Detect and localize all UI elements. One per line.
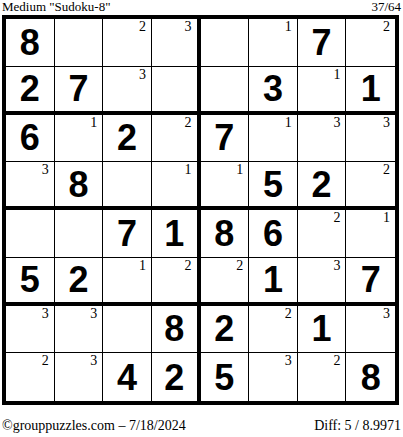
cell-r4c8[interactable]: 2 [346,162,395,210]
given-digit: 8 [55,162,103,206]
given-digit [201,67,249,111]
cell-r7c5[interactable]: 2 [201,306,250,354]
pencil-mark: 2 [285,306,292,322]
pencil-mark: 1 [185,162,192,178]
given-digit: 8 [346,353,395,401]
cell-r8c1[interactable]: 2 [6,353,55,401]
cell-r7c4[interactable]: 8 [152,306,201,354]
given-digit: 7 [346,258,395,302]
cell-r8c4[interactable]: 2 [152,353,201,401]
pencil-mark: 2 [42,353,49,369]
cell-r1c1[interactable]: 8 [6,19,55,67]
cell-r6c6[interactable]: 1 [249,258,298,306]
cell-r3c8[interactable]: 3 [346,115,395,163]
cell-r2c1[interactable]: 2 [6,67,55,115]
pencil-mark: 3 [333,258,340,274]
footer: ©grouppuzzles.com – 7/18/2024 Diff: 5 / … [0,418,403,434]
cell-r5c1[interactable] [6,210,55,258]
given-digit: 2 [6,67,54,111]
given-digit: 7 [298,19,346,66]
cell-r1c4[interactable]: 3 [152,19,201,67]
pencil-mark: 2 [139,19,146,35]
pencil-mark: 3 [333,115,340,131]
given-digit: 1 [346,67,395,111]
cell-r5c6[interactable]: 6 [249,210,298,258]
cell-r4c7[interactable]: 2 [298,162,347,210]
given-digit: 5 [201,353,249,401]
pencil-mark: 3 [90,306,97,322]
cell-r1c7[interactable]: 7 [298,19,347,67]
cell-r2c7[interactable]: 1 [298,67,347,115]
given-digit [201,19,249,66]
cell-r4c5[interactable]: 1 [201,162,250,210]
cell-r3c7[interactable]: 3 [298,115,347,163]
pencil-mark: 3 [42,162,49,178]
cell-r5c4[interactable]: 1 [152,210,201,258]
pencil-mark: 3 [90,353,97,369]
given-digit [103,306,151,353]
cell-r3c1[interactable]: 6 [6,115,55,163]
given-digit: 2 [298,162,346,206]
puzzle-title: Medium "Sudoku-8" [2,0,110,14]
copyright-date: ©grouppuzzles.com – 7/18/2024 [2,418,186,434]
cell-r2c2[interactable]: 7 [55,67,104,115]
cell-r6c2[interactable]: 2 [55,258,104,306]
cell-r2c5[interactable] [201,67,250,115]
cell-r7c7[interactable]: 1 [298,306,347,354]
given-digit: 2 [55,258,103,302]
cell-r6c4[interactable]: 2 [152,258,201,306]
cell-r6c5[interactable]: 2 [201,258,250,306]
cell-r1c2[interactable] [55,19,104,67]
pencil-mark: 2 [383,162,390,178]
cell-r7c1[interactable]: 3 [6,306,55,354]
pencil-mark: 2 [185,115,192,131]
given-digit [6,210,54,257]
cell-r4c4[interactable]: 1 [152,162,201,210]
cell-r1c3[interactable]: 2 [103,19,152,67]
pencil-mark: 1 [383,210,390,226]
pencil-mark: 3 [139,67,146,83]
cell-r3c4[interactable]: 2 [152,115,201,163]
pencil-mark: 1 [285,19,292,35]
cell-r1c5[interactable] [201,19,250,67]
given-digit: 8 [201,210,249,257]
header: Medium "Sudoku-8" 37/64 [0,0,403,15]
cell-r8c7[interactable]: 2 [298,353,347,401]
given-digit [152,67,197,111]
cell-r7c6[interactable]: 2 [249,306,298,354]
cell-r2c3[interactable]: 3 [103,67,152,115]
cell-r5c2[interactable] [55,210,104,258]
given-digit: 8 [6,19,54,66]
given-digit: 2 [201,306,249,353]
given-digit [55,210,103,257]
cell-r1c6[interactable]: 1 [249,19,298,67]
pencil-mark: 1 [90,115,97,131]
pencil-mark: 2 [185,258,192,274]
cell-r8c8[interactable]: 8 [346,353,395,401]
cell-r3c2[interactable]: 1 [55,115,104,163]
cell-r8c6[interactable]: 3 [249,353,298,401]
given-digit: 5 [6,258,54,302]
cell-r4c6[interactable]: 5 [249,162,298,210]
blank-cell-counter: 37/64 [371,0,401,14]
pencil-mark: 3 [185,19,192,35]
given-digit: 1 [152,210,197,257]
pencil-mark: 3 [383,306,390,322]
pencil-mark: 2 [333,353,340,369]
cell-r4c1[interactable]: 3 [6,162,55,210]
given-digit: 5 [249,162,297,206]
cell-r3c5[interactable]: 7 [201,115,250,163]
cell-r2c8[interactable]: 1 [346,67,395,115]
cell-r6c3[interactable]: 1 [103,258,152,306]
cell-r6c7[interactable]: 3 [298,258,347,306]
puzzle-page: Medium "Sudoku-8" 37/64 8231722733116122… [0,0,403,437]
sudoku-board: 8231722733116122713338115227186215212213… [2,15,399,405]
cell-r3c6[interactable]: 1 [249,115,298,163]
cell-r7c2[interactable]: 3 [55,306,104,354]
given-digit: 6 [249,210,297,257]
cell-r4c2[interactable]: 8 [55,162,104,210]
pencil-mark: 1 [285,115,292,131]
cell-r5c8[interactable]: 1 [346,210,395,258]
pencil-mark: 1 [333,67,340,83]
cell-r4c3[interactable] [103,162,152,210]
given-digit: 4 [103,353,151,401]
cell-r1c8[interactable]: 2 [346,19,395,67]
given-digit: 3 [249,67,297,111]
pencil-mark: 1 [139,258,146,274]
cell-r7c8[interactable]: 3 [346,306,395,354]
cell-r5c5[interactable]: 8 [201,210,250,258]
difficulty-rating: Diff: 5 / 8.9971 [314,418,401,434]
given-digit: 2 [152,353,197,401]
cell-r7c3[interactable] [103,306,152,354]
pencil-mark: 2 [236,258,243,274]
cell-r8c2[interactable]: 3 [55,353,104,401]
given-digit: 1 [298,306,346,353]
given-digit: 6 [6,115,54,162]
given-digit [55,19,103,66]
given-digit: 1 [249,258,297,302]
given-digit: 7 [103,210,151,257]
given-digit: 7 [55,67,103,111]
cell-r3c3[interactable]: 2 [103,115,152,163]
pencil-mark: 1 [236,162,243,178]
cell-r6c1[interactable]: 5 [6,258,55,306]
pencil-mark: 3 [285,353,292,369]
given-digit: 7 [201,115,249,162]
cell-r8c3[interactable]: 4 [103,353,152,401]
given-digit [103,162,151,206]
cell-r8c5[interactable]: 5 [201,353,250,401]
given-digit: 2 [103,115,151,162]
given-digit: 8 [152,306,197,353]
cell-r5c3[interactable]: 7 [103,210,152,258]
pencil-mark: 3 [383,115,390,131]
cell-r2c4[interactable] [152,67,201,115]
pencil-mark: 2 [383,19,390,35]
cell-r5c7[interactable]: 2 [298,210,347,258]
cell-r6c8[interactable]: 7 [346,258,395,306]
cell-r2c6[interactable]: 3 [249,67,298,115]
pencil-mark: 3 [42,306,49,322]
pencil-mark: 2 [333,210,340,226]
